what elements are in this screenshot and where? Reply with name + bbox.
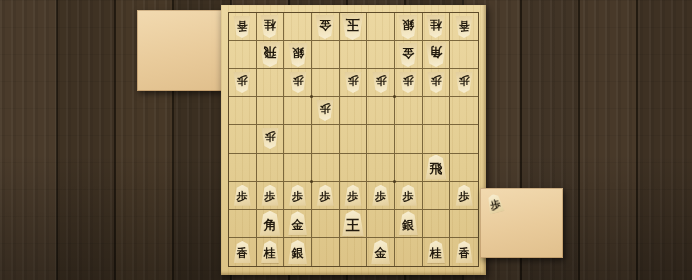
square-2-6[interactable]: 飛 xyxy=(423,154,451,182)
square-1-7[interactable]: 歩 xyxy=(450,182,478,210)
square-9-9[interactable]: 香 xyxy=(229,238,257,266)
square-4-7[interactable]: 歩 xyxy=(367,182,395,210)
square-1-1[interactable]: 香 xyxy=(450,13,478,41)
square-3-1[interactable]: 銀 xyxy=(395,13,423,41)
square-7-2[interactable]: 銀 xyxy=(284,41,312,69)
square-4-1[interactable] xyxy=(367,13,395,41)
square-1-3[interactable]: 歩 xyxy=(450,69,478,97)
square-6-1[interactable]: 金 xyxy=(312,13,340,41)
square-8-8[interactable]: 角 xyxy=(257,210,285,238)
black-king[interactable]: 王 xyxy=(341,210,364,236)
square-3-6[interactable] xyxy=(395,154,423,182)
square-9-7[interactable]: 歩 xyxy=(229,182,257,210)
square-8-2[interactable]: 飛 xyxy=(257,41,285,69)
black-pawn[interactable]: 歩 xyxy=(233,185,251,206)
square-8-3[interactable] xyxy=(257,69,285,97)
square-2-4[interactable] xyxy=(423,97,451,125)
square-7-5[interactable] xyxy=(284,125,312,153)
white-pawn[interactable]: 歩 xyxy=(344,72,362,93)
black-lance[interactable]: 香 xyxy=(455,241,473,263)
square-5-6[interactable] xyxy=(340,154,368,182)
square-7-8[interactable]: 金 xyxy=(284,210,312,238)
square-5-7[interactable]: 歩 xyxy=(340,182,368,210)
square-1-2[interactable] xyxy=(450,41,478,69)
square-4-9[interactable]: 金 xyxy=(367,238,395,266)
square-3-5[interactable] xyxy=(395,125,423,153)
square-2-7[interactable] xyxy=(423,182,451,210)
square-5-8[interactable]: 王 xyxy=(340,210,368,238)
square-1-6[interactable] xyxy=(450,154,478,182)
white-gold[interactable]: 金 xyxy=(315,15,335,39)
white-pawn[interactable]: 歩 xyxy=(233,72,251,93)
square-7-7[interactable]: 歩 xyxy=(284,182,312,210)
square-9-5[interactable] xyxy=(229,125,257,153)
square-8-6[interactable] xyxy=(257,154,285,182)
white-rook[interactable]: 飛 xyxy=(259,42,281,67)
square-4-6[interactable] xyxy=(367,154,395,182)
black-knight[interactable]: 桂 xyxy=(260,240,279,263)
square-7-9[interactable]: 銀 xyxy=(284,238,312,266)
black-lance[interactable]: 香 xyxy=(233,241,251,263)
black-pawn[interactable]: 歩 xyxy=(261,185,279,206)
square-5-9[interactable] xyxy=(340,238,368,266)
white-pawn[interactable]: 歩 xyxy=(261,128,279,149)
black-silver[interactable]: 銀 xyxy=(398,211,418,235)
square-6-7[interactable]: 歩 xyxy=(312,182,340,210)
black-pawn[interactable]: 歩 xyxy=(316,185,334,206)
white-pawn[interactable]: 歩 xyxy=(372,72,390,93)
square-6-5[interactable] xyxy=(312,125,340,153)
square-3-2[interactable]: 金 xyxy=(395,41,423,69)
square-5-1[interactable]: 玉 xyxy=(340,13,368,41)
white-knight[interactable]: 桂 xyxy=(260,15,279,38)
white-lance[interactable]: 香 xyxy=(233,16,251,38)
square-8-4[interactable] xyxy=(257,97,285,125)
square-8-5[interactable]: 歩 xyxy=(257,125,285,153)
black-pawn[interactable]: 歩 xyxy=(289,185,307,206)
black-silver[interactable]: 銀 xyxy=(288,240,308,264)
square-5-5[interactable] xyxy=(340,125,368,153)
square-2-2[interactable]: 角 xyxy=(423,41,451,69)
square-9-6[interactable] xyxy=(229,154,257,182)
square-4-5[interactable] xyxy=(367,125,395,153)
white-pawn[interactable]: 歩 xyxy=(455,72,473,93)
square-6-3[interactable] xyxy=(312,69,340,97)
shogi-board: 香桂金玉銀桂香飛銀金角歩歩歩歩歩歩歩歩歩飛歩歩歩歩歩歩歩歩角金王銀香桂銀金桂香 xyxy=(221,5,486,275)
square-3-7[interactable]: 歩 xyxy=(395,182,423,210)
square-9-3[interactable]: 歩 xyxy=(229,69,257,97)
white-pawn[interactable]: 歩 xyxy=(427,72,445,93)
square-4-3[interactable]: 歩 xyxy=(367,69,395,97)
square-3-4[interactable] xyxy=(395,97,423,125)
square-1-9[interactable]: 香 xyxy=(450,238,478,266)
square-9-8[interactable] xyxy=(229,210,257,238)
square-2-5[interactable] xyxy=(423,125,451,153)
black-knight[interactable]: 桂 xyxy=(426,240,445,263)
square-6-4[interactable]: 歩 xyxy=(312,97,340,125)
komadai-white-captured-tray xyxy=(137,10,222,91)
black-hand-pawn[interactable]: 歩 xyxy=(485,192,505,214)
white-pawn[interactable]: 歩 xyxy=(289,72,307,93)
white-knight[interactable]: 桂 xyxy=(426,15,445,38)
page-root: { "game": "shogi", "scene": "overhead ph… xyxy=(0,0,692,280)
square-5-3[interactable]: 歩 xyxy=(340,69,368,97)
square-2-9[interactable]: 桂 xyxy=(423,238,451,266)
white-king[interactable]: 玉 xyxy=(341,14,364,40)
square-7-6[interactable] xyxy=(284,154,312,182)
square-4-2[interactable] xyxy=(367,41,395,69)
black-gold[interactable]: 金 xyxy=(288,211,308,235)
square-4-8[interactable] xyxy=(367,210,395,238)
square-3-9[interactable] xyxy=(395,238,423,266)
square-3-3[interactable]: 歩 xyxy=(395,69,423,97)
square-7-4[interactable] xyxy=(284,97,312,125)
square-9-2[interactable] xyxy=(229,41,257,69)
white-gold[interactable]: 金 xyxy=(398,43,418,67)
square-5-2[interactable] xyxy=(340,41,368,69)
square-9-4[interactable] xyxy=(229,97,257,125)
komadai-black-captured-tray: 歩 xyxy=(480,188,563,258)
black-pawn[interactable]: 歩 xyxy=(372,185,390,206)
white-lance[interactable]: 香 xyxy=(455,16,473,38)
white-pawn[interactable]: 歩 xyxy=(316,100,334,121)
square-6-2[interactable] xyxy=(312,41,340,69)
square-9-1[interactable]: 香 xyxy=(229,13,257,41)
square-8-1[interactable]: 桂 xyxy=(257,13,285,41)
square-2-8[interactable] xyxy=(423,210,451,238)
square-4-4[interactable] xyxy=(367,97,395,125)
square-1-4[interactable] xyxy=(450,97,478,125)
square-7-3[interactable]: 歩 xyxy=(284,69,312,97)
shogi-board-grid: 香桂金玉銀桂香飛銀金角歩歩歩歩歩歩歩歩歩飛歩歩歩歩歩歩歩歩角金王銀香桂銀金桂香 xyxy=(228,12,479,267)
square-5-4[interactable] xyxy=(340,97,368,125)
square-1-8[interactable] xyxy=(450,210,478,238)
black-pawn[interactable]: 歩 xyxy=(455,185,473,206)
white-pawn[interactable]: 歩 xyxy=(399,72,417,93)
square-7-1[interactable] xyxy=(284,13,312,41)
square-6-8[interactable] xyxy=(312,210,340,238)
black-bishop[interactable]: 角 xyxy=(259,211,281,236)
square-3-8[interactable]: 銀 xyxy=(395,210,423,238)
square-2-3[interactable]: 歩 xyxy=(423,69,451,97)
square-1-5[interactable] xyxy=(450,125,478,153)
square-8-9[interactable]: 桂 xyxy=(257,238,285,266)
white-bishop[interactable]: 角 xyxy=(425,42,447,67)
white-silver[interactable]: 銀 xyxy=(398,15,418,39)
black-rook[interactable]: 飛 xyxy=(425,155,447,180)
black-pawn[interactable]: 歩 xyxy=(399,185,417,206)
square-8-7[interactable]: 歩 xyxy=(257,182,285,210)
square-2-1[interactable]: 桂 xyxy=(423,13,451,41)
white-silver[interactable]: 銀 xyxy=(288,43,308,67)
black-pawn[interactable]: 歩 xyxy=(344,185,362,206)
square-6-9[interactable] xyxy=(312,238,340,266)
black-gold[interactable]: 金 xyxy=(371,240,391,264)
square-6-6[interactable] xyxy=(312,154,340,182)
